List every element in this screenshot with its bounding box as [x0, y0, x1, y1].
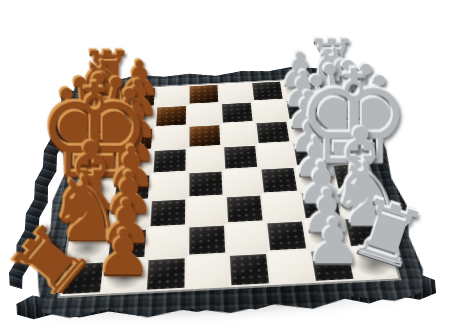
board-perspective-wrapper: ♜♟♟♜♞♟♟♞♝♟♟♝♛♟♟♛♚♟♟♚♝♟♟♝♞♟♟♞♜♟♟♜	[0, 0, 450, 326]
product-photo-scene: ♜♟♟♜♞♟♟♞♝♟♟♝♛♟♟♛♚♟♟♚♝♟♟♝♞♟♟♞♜♟♟♜	[0, 0, 450, 326]
chess-board: ♜♟♟♜♞♟♟♞♝♟♟♝♛♟♟♛♚♟♟♚♝♟♟♝♞♟♟♞♜♟♟♜	[24, 63, 437, 324]
pawn-icon: ♟	[96, 222, 152, 285]
piece-white-rook[interactable]: ♜	[349, 246, 398, 281]
piece-black-pawn[interactable]: ♟	[102, 258, 146, 293]
pieces-layer: ♜♟♟♜♞♟♟♞♝♟♟♝♛♟♟♛♚♟♟♚♝♟♟♝♞♟♟♞♜♟♟♜	[60, 77, 399, 296]
